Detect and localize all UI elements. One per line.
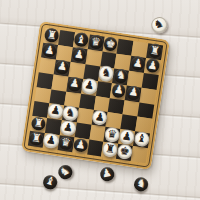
white-knight-glyph: ♞ <box>153 18 165 31</box>
black-pawn-glyph: ♟ <box>128 86 139 98</box>
black-queen-glyph: ♛ <box>60 136 71 148</box>
on-board-pieces-layer: ♜♝♛♚♜♟♟♟♟♟♞♞♟♟♟♟♟♞♟♜♟♛♟♝♜♟♛♟♜♚ <box>28 28 163 163</box>
white-queen-glyph: ♛ <box>107 128 118 140</box>
black-king-glyph: ♚ <box>105 38 116 50</box>
piece-white-bishop-h2[interactable]: ♝ <box>133 130 151 148</box>
black-pawn-glyph: ♟ <box>69 77 80 89</box>
piece-black-knight-f6[interactable]: ♞ <box>113 68 128 83</box>
black-bishop-glyph: ♝ <box>44 175 57 189</box>
black-knight-glyph: ♞ <box>135 177 148 191</box>
table-surface: ♜♝♛♚♜♟♟♟♟♟♞♞♟♟♟♟♟♞♟♜♟♛♟♝♜♟♛♟♜♚ ♞♞♝♟♞ <box>0 0 200 200</box>
black-pawn-glyph: ♟ <box>57 60 68 72</box>
piece-black-pawn-c5[interactable]: ♟ <box>67 76 82 91</box>
piece-white-pawn-b1[interactable]: ♟ <box>42 132 60 150</box>
white-king-glyph: ♚ <box>119 145 130 157</box>
black-pawn-glyph: ♟ <box>113 84 124 96</box>
piece-white-pawn-c2[interactable]: ♟ <box>59 119 77 137</box>
piece-black-bishop-black-bishop-bottom-left-lower[interactable]: ♝ <box>41 173 58 190</box>
piece-black-bishop-c8[interactable]: ♝ <box>74 32 89 47</box>
white-pawn-glyph: ♟ <box>84 79 95 91</box>
white-pawn-glyph: ♟ <box>62 121 73 133</box>
piece-white-king-g1[interactable]: ♚ <box>116 143 134 161</box>
piece-white-knight-white-knight-top-right[interactable]: ♞ <box>150 16 169 35</box>
piece-black-knight-black-knight-bottom-left-upper[interactable]: ♞ <box>56 163 74 181</box>
piece-white-knight-e6[interactable]: ♞ <box>97 65 115 83</box>
black-pawn-glyph: ♟ <box>44 44 55 56</box>
piece-black-rook-h8[interactable]: ♜ <box>147 43 162 58</box>
piece-white-pawn-d5[interactable]: ♟ <box>81 77 99 95</box>
piece-black-pawn-black-pawn-bottom-center-left[interactable]: ♟ <box>99 166 115 182</box>
piece-black-knight-black-knight-bottom-center-right[interactable]: ♞ <box>132 175 150 193</box>
piece-black-rook-a2[interactable]: ♜ <box>31 116 46 131</box>
black-rook-glyph: ♜ <box>46 29 57 41</box>
white-knight-glyph: ♞ <box>101 67 112 79</box>
piece-black-rook-a8[interactable]: ♜ <box>44 28 59 43</box>
white-pawn-glyph: ♟ <box>94 111 105 123</box>
black-pawn-glyph: ♟ <box>75 138 86 150</box>
piece-black-pawn-a7[interactable]: ♟ <box>42 43 57 58</box>
black-pawn-glyph: ♟ <box>147 59 158 71</box>
piece-black-queen-d8[interactable]: ♛ <box>88 34 103 49</box>
black-pawn-glyph: ♟ <box>101 167 113 180</box>
black-pawn-glyph: ♟ <box>132 57 143 69</box>
white-rook-glyph: ♜ <box>104 143 115 155</box>
piece-black-pawn-h7[interactable]: ♟ <box>145 58 160 73</box>
piece-black-pawn-g5[interactable]: ♟ <box>126 85 141 100</box>
black-rook-glyph: ♜ <box>149 44 160 56</box>
white-pawn-glyph: ♟ <box>50 104 61 116</box>
white-knight-glyph: ♞ <box>65 107 76 119</box>
piece-black-pawn-d1[interactable]: ♟ <box>73 137 88 152</box>
piece-black-pawn-b6[interactable]: ♟ <box>54 59 69 74</box>
black-bishop-glyph: ♝ <box>76 33 87 45</box>
piece-white-pawn-e3[interactable]: ♟ <box>91 109 109 127</box>
white-pawn-glyph: ♟ <box>46 134 57 146</box>
black-knight-glyph: ♞ <box>115 69 126 81</box>
black-rook-glyph: ♜ <box>31 132 42 144</box>
black-rook-glyph: ♜ <box>33 117 44 129</box>
chess-board: ♜♝♛♚♜♟♟♟♟♟♞♞♟♟♟♟♟♞♟♜♟♛♟♝♜♟♛♟♜♚ <box>21 21 170 170</box>
black-knight-glyph: ♞ <box>58 164 72 178</box>
piece-black-rook-a1[interactable]: ♜ <box>29 131 44 146</box>
white-bishop-glyph: ♝ <box>136 132 147 144</box>
piece-black-pawn-g7[interactable]: ♟ <box>130 56 145 71</box>
piece-black-queen-c1[interactable]: ♛ <box>58 135 73 150</box>
piece-black-pawn-f5[interactable]: ♟ <box>111 83 126 98</box>
black-queen-glyph: ♛ <box>90 35 101 47</box>
piece-black-king-e8[interactable]: ♚ <box>103 37 118 52</box>
white-pawn-glyph: ♟ <box>121 130 132 142</box>
piece-black-pawn-c7[interactable]: ♟ <box>71 47 86 62</box>
black-pawn-glyph: ♟ <box>73 48 84 60</box>
